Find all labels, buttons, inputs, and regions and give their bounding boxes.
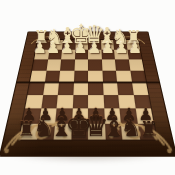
square-b5: [117, 82, 133, 95]
square-h3: [32, 59, 47, 70]
square-c4: [101, 70, 116, 82]
square-h4: [30, 70, 46, 82]
square-d6: [88, 94, 104, 108]
square-c6: [103, 94, 119, 108]
square-f1: [62, 40, 75, 49]
square-f3: [60, 59, 74, 70]
board-fold-seam: [16, 81, 159, 84]
square-c5: [102, 82, 118, 95]
square-e8: [70, 123, 87, 139]
square-d3: [88, 59, 102, 70]
square-c1: [100, 40, 113, 49]
square-e7: [71, 108, 87, 123]
square-f2: [61, 49, 75, 59]
square-d5: [88, 82, 103, 95]
square-e4: [73, 70, 88, 82]
square-d1: [88, 40, 101, 49]
engraving-ornament-bottom-left: [1, 117, 67, 154]
square-g4: [44, 70, 60, 82]
square-a3: [128, 59, 143, 70]
square-b6: [118, 94, 135, 108]
square-f4: [59, 70, 74, 82]
square-h2: [34, 49, 49, 59]
square-f5: [57, 82, 73, 95]
square-h6: [25, 94, 43, 108]
square-c3: [101, 59, 115, 70]
square-g2: [47, 49, 61, 59]
square-e2: [74, 49, 87, 59]
square-b2: [113, 49, 127, 59]
square-f6: [56, 94, 72, 108]
square-g6: [40, 94, 57, 108]
square-c2: [100, 49, 114, 59]
square-e5: [72, 82, 87, 95]
square-a6: [133, 94, 151, 108]
engraving-ornament-bottom-right: [108, 117, 174, 154]
board-frame: [0, 31, 175, 156]
square-h5: [27, 82, 44, 95]
chess-board: [0, 31, 175, 156]
square-e6: [72, 94, 88, 108]
square-g5: [42, 82, 58, 95]
square-d8: [88, 123, 105, 139]
square-a4: [129, 70, 145, 82]
engraving-ornament-top-left: [29, 33, 59, 46]
photo-background: ♜♞♝♚♛♝♞♜♟♟♟♟♟♟♟♟♟♟♟♟♟♟♟♟♜♞♝♚♛♝♞♜: [0, 0, 175, 175]
square-b4: [115, 70, 131, 82]
square-d2: [88, 49, 101, 59]
square-b3: [114, 59, 129, 70]
square-d7: [88, 108, 104, 123]
square-d4: [88, 70, 103, 82]
square-e3: [74, 59, 88, 70]
square-e1: [75, 40, 88, 49]
square-a2: [126, 49, 141, 59]
square-a5: [131, 82, 148, 95]
square-g3: [46, 59, 61, 70]
engraving-ornament-top-right: [116, 33, 146, 46]
